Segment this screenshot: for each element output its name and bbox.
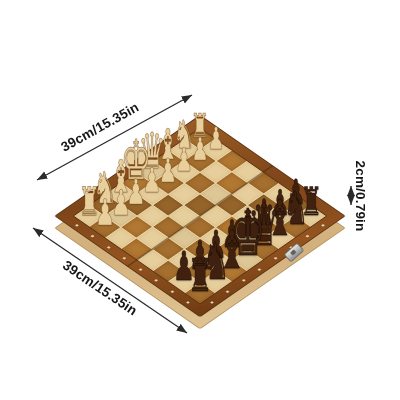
top-dimension-label: 39cm/15.35in — [59, 99, 142, 154]
frame-inlay-dot — [170, 290, 174, 293]
frame-inlay-dot — [106, 246, 110, 249]
frame-inlay-dot — [154, 279, 158, 282]
frame-inlay-dot — [273, 257, 277, 260]
product-photo-stage: ♜♞♝♛♚♝♞♜♟♟♟♟♟♟♟♟♟♟♟♟♟♟♟♟♜♞♝♛♚♝♞♜ 39cm/15… — [0, 0, 400, 400]
height-dimension-label: 2cm/0.79in — [353, 160, 368, 231]
frame-inlay-dot — [186, 301, 190, 304]
frame-inlay-dot — [242, 279, 246, 282]
frame-inlay-dot — [226, 290, 230, 293]
frame-inlay-dot — [321, 224, 325, 227]
frame-inlay-dot — [138, 268, 142, 271]
frame-inlay-dot — [305, 235, 309, 238]
frame-inlay-dot — [75, 224, 79, 227]
frame-inlay-dot — [210, 301, 214, 304]
frame-inlay-dot — [122, 257, 126, 260]
frame-inlay-dot — [91, 235, 95, 238]
frame-inlay-dot — [257, 268, 261, 271]
